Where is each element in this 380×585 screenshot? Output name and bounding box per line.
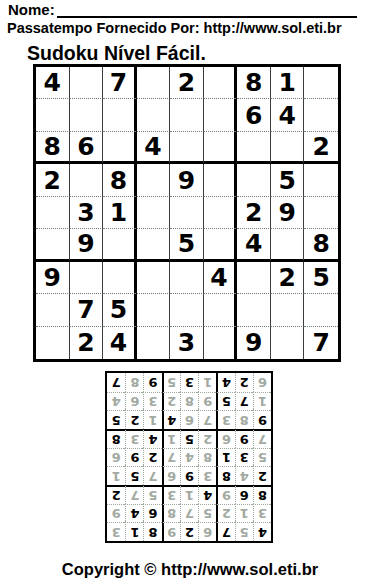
solution-solved-digit: 4	[240, 470, 249, 483]
given-digit: 5	[313, 265, 330, 290]
solution-solved-digit: 2	[222, 507, 231, 520]
solution-solved-digit: 9	[203, 395, 212, 408]
cell-r3c9[interactable]: 2	[304, 132, 338, 164]
cell-r5c7[interactable]: 2	[237, 197, 271, 229]
solution-cell-r6c1: 7	[253, 429, 271, 448]
solution-cell-r2c7: 6	[143, 504, 161, 523]
cell-r7c2[interactable]	[70, 262, 104, 294]
solution-given-digit: 2	[112, 489, 121, 502]
solution-cell-r9c3: 4	[216, 373, 234, 392]
cell-r5c2[interactable]: 3	[70, 197, 104, 229]
solution-cell-r1c7: 8	[143, 522, 161, 541]
solution-cell-r5c6: 7	[162, 448, 180, 467]
cell-r4c2[interactable]	[70, 164, 104, 196]
solution-given-digit: 2	[240, 376, 249, 389]
given-digit: 8	[44, 134, 61, 159]
solution-given-digit: 2	[185, 526, 194, 539]
given-digit: 4	[245, 231, 262, 256]
solution-solved-digit: 7	[185, 507, 194, 520]
solution-given-digit: 4	[203, 489, 212, 502]
solution-given-digit: 3	[185, 376, 194, 389]
solution-given-digit: 5	[222, 395, 231, 408]
solution-given-digit: 7	[222, 526, 231, 539]
given-digit: 8	[245, 70, 262, 95]
solution-cell-r6c4: 2	[198, 429, 216, 448]
given-digit: 5	[178, 231, 195, 256]
solution-cell-r4c2: 4	[235, 466, 253, 485]
solution-cell-r1c2: 5	[235, 522, 253, 541]
solution-cell-r3c4: 4	[198, 485, 216, 504]
solution-solved-digit: 7	[130, 489, 139, 502]
cell-r4c8[interactable]: 5	[271, 164, 305, 196]
solution-solved-digit: 6	[185, 414, 194, 427]
name-row: Nome:	[8, 2, 357, 18]
cell-r6c9[interactable]: 8	[304, 229, 338, 261]
solution-solved-digit: 1	[240, 507, 249, 520]
solution-solved-digit: 3	[203, 470, 212, 483]
solution-cell-r6c9: 8	[107, 429, 125, 448]
solution-cell-r3c1: 8	[253, 485, 271, 504]
solution-solved-digit: 6	[112, 451, 121, 464]
solution-solved-digit: 2	[203, 433, 212, 446]
given-digit: 2	[313, 134, 330, 159]
cell-r6c6[interactable]	[204, 229, 238, 261]
given-digit: 2	[245, 200, 262, 225]
cell-r9c8[interactable]	[271, 327, 305, 359]
solution-cell-r6c5: 5	[180, 429, 198, 448]
solution-cell-r2c1: 3	[253, 504, 271, 523]
solution-solved-digit: 8	[130, 376, 139, 389]
solution-given-digit: 9	[130, 451, 139, 464]
solution-cell-r8c1: 1	[253, 392, 271, 411]
sudoku-solution-grid-rotated: 4576298133125786498694135722483967515318…	[105, 371, 273, 543]
solution-cell-r8c7: 3	[143, 392, 161, 411]
given-digit: 4	[110, 330, 127, 355]
cell-r5c3[interactable]: 1	[103, 197, 137, 229]
cell-r8c1[interactable]	[36, 294, 70, 326]
solution-cell-r5c8: 9	[125, 448, 143, 467]
cell-r1c6[interactable]	[204, 67, 238, 99]
cell-r8c5[interactable]	[170, 294, 204, 326]
solution-solved-digit: 1	[112, 470, 121, 483]
cell-r4c9[interactable]	[304, 164, 338, 196]
cell-r4c1[interactable]: 2	[36, 164, 70, 196]
cell-r3c5[interactable]	[170, 132, 204, 164]
solution-solved-digit: 3	[112, 526, 121, 539]
cell-r2c2[interactable]	[70, 99, 104, 131]
cell-r9c2[interactable]: 2	[70, 327, 104, 359]
solution-cell-r1c3: 7	[216, 522, 234, 541]
solution-solved-digit: 6	[167, 470, 176, 483]
cell-r1c9[interactable]	[304, 67, 338, 99]
solution-given-digit: 9	[258, 414, 267, 427]
solution-cell-r6c6: 1	[162, 429, 180, 448]
solution-cell-r2c4: 5	[198, 504, 216, 523]
cell-r3c8[interactable]	[271, 132, 305, 164]
cell-r7c4[interactable]	[137, 262, 171, 294]
solution-solved-digit: 6	[203, 526, 212, 539]
solution-cell-r9c8: 8	[125, 373, 143, 392]
solution-cell-r4c5: 9	[180, 466, 198, 485]
given-digit: 9	[178, 168, 195, 193]
solution-solved-digit: 9	[167, 526, 176, 539]
solution-cell-r8c5: 8	[180, 392, 198, 411]
cell-r5c4[interactable]	[137, 197, 171, 229]
cell-r1c1[interactable]: 4	[36, 67, 70, 99]
cell-r7c7[interactable]	[237, 262, 271, 294]
solution-given-digit: 1	[130, 526, 139, 539]
solution-cell-r9c9: 7	[107, 373, 125, 392]
solution-given-digit: 9	[240, 433, 249, 446]
cell-r5c5[interactable]	[170, 197, 204, 229]
solution-solved-digit: 4	[185, 451, 194, 464]
copyright-text: Copyright © http://www.sol.eti.br	[0, 560, 380, 579]
solution-cell-r4c1: 2	[253, 466, 271, 485]
cell-r1c7[interactable]: 8	[237, 67, 271, 99]
given-digit: 5	[278, 168, 295, 193]
cell-r4c3[interactable]: 8	[103, 164, 137, 196]
solution-solved-digit: 1	[258, 395, 267, 408]
cell-r3c3[interactable]	[103, 132, 137, 164]
solution-cell-r4c6: 6	[162, 466, 180, 485]
solution-solved-digit: 8	[185, 395, 194, 408]
solution-given-digit: 8	[222, 470, 231, 483]
given-digit: 3	[77, 200, 94, 225]
cell-r2c3[interactable]	[103, 99, 137, 131]
cell-r5c1[interactable]	[36, 197, 70, 229]
solution-given-digit: 8	[149, 526, 158, 539]
solution-solved-digit: 4	[112, 395, 121, 408]
solution-solved-digit: 3	[167, 489, 176, 502]
solution-cell-r9c2: 2	[235, 373, 253, 392]
solution-cell-r5c1: 5	[253, 448, 271, 467]
cell-r6c5[interactable]: 5	[170, 229, 204, 261]
cell-r8c2[interactable]: 7	[70, 294, 104, 326]
cell-r7c6[interactable]: 4	[204, 262, 238, 294]
solution-cell-r4c9: 1	[107, 466, 125, 485]
solution-given-digit: 4	[149, 433, 158, 446]
name-input-line[interactable]	[57, 3, 357, 18]
cell-r8c6[interactable]	[204, 294, 238, 326]
solution-solved-digit: 1	[149, 414, 158, 427]
solution-cell-r2c3: 2	[216, 504, 234, 523]
cell-r5c6[interactable]	[204, 197, 238, 229]
cell-r8c7[interactable]	[237, 294, 271, 326]
cell-r2c7[interactable]: 6	[237, 99, 271, 131]
cell-r8c4[interactable]	[137, 294, 171, 326]
cell-r7c9[interactable]: 5	[304, 262, 338, 294]
solution-given-digit: 5	[185, 433, 194, 446]
solution-cell-r6c7: 4	[143, 429, 161, 448]
solution-cell-r7c6: 4	[162, 410, 180, 429]
solution-cell-r2c9: 9	[107, 504, 125, 523]
provider-text: Passatempo Fornecido Por: http://www.sol…	[7, 20, 377, 36]
solution-solved-digit: 6	[222, 433, 231, 446]
solution-cell-r6c8: 3	[125, 429, 143, 448]
given-digit: 7	[110, 70, 127, 95]
cell-r6c1[interactable]	[36, 229, 70, 261]
solution-cell-r5c5: 4	[180, 448, 198, 467]
solution-cell-r5c3: 1	[216, 448, 234, 467]
cell-r9c3[interactable]: 4	[103, 327, 137, 359]
solution-solved-digit: 7	[149, 470, 158, 483]
solution-cell-r2c5: 7	[180, 504, 198, 523]
cell-r2c4[interactable]	[137, 99, 171, 131]
solution-solved-digit: 1	[203, 376, 212, 389]
cell-r6c7[interactable]: 4	[237, 229, 271, 261]
cell-r2c9[interactable]	[304, 99, 338, 131]
cell-r1c2[interactable]	[70, 67, 104, 99]
solution-cell-r4c3: 8	[216, 466, 234, 485]
solution-solved-digit: 5	[149, 489, 158, 502]
solution-given-digit: 2	[149, 451, 158, 464]
cell-r3c6[interactable]	[204, 132, 238, 164]
solution-cell-r7c5: 6	[180, 410, 198, 429]
solution-solved-digit: 3	[149, 395, 158, 408]
solution-solved-digit: 7	[203, 414, 212, 427]
solution-solved-digit: 3	[258, 507, 267, 520]
solution-cell-r2c6: 8	[162, 504, 180, 523]
solution-cell-r4c4: 3	[198, 466, 216, 485]
cell-r7c1[interactable]: 9	[36, 262, 70, 294]
cell-r7c8[interactable]: 2	[271, 262, 305, 294]
solution-solved-digit: 6	[130, 395, 139, 408]
cell-r1c5[interactable]: 2	[170, 67, 204, 99]
solution-cell-r3c6: 3	[162, 485, 180, 504]
solution-solved-digit: 8	[203, 451, 212, 464]
given-digit: 8	[313, 231, 330, 256]
solution-solved-digit: 7	[258, 433, 267, 446]
solution-cell-r8c2: 7	[235, 392, 253, 411]
given-digit: 9	[77, 231, 94, 256]
solution-cell-r8c3: 5	[216, 392, 234, 411]
solution-cell-r7c7: 1	[143, 410, 161, 429]
solution-given-digit: 9	[149, 376, 158, 389]
given-digit: 4	[278, 103, 295, 128]
given-digit: 9	[44, 265, 61, 290]
solution-given-digit: 4	[222, 376, 231, 389]
cell-r2c1[interactable]	[36, 99, 70, 131]
solution-solved-digit: 1	[167, 433, 176, 446]
solution-given-digit: 2	[130, 414, 139, 427]
solution-cell-r5c4: 8	[198, 448, 216, 467]
solution-cell-r2c8: 4	[125, 504, 143, 523]
solution-cell-r3c9: 2	[107, 485, 125, 504]
given-digit: 2	[44, 168, 61, 193]
given-digit: 9	[245, 330, 262, 355]
cell-r2c6[interactable]	[204, 99, 238, 131]
solution-cell-r1c1: 4	[253, 522, 271, 541]
cell-r2c5[interactable]	[170, 99, 204, 131]
solution-solved-digit: 2	[167, 395, 176, 408]
given-digit: 2	[278, 265, 295, 290]
given-digit: 7	[313, 330, 330, 355]
solution-cell-r3c2: 6	[235, 485, 253, 504]
solution-cell-r9c1: 6	[253, 373, 271, 392]
solution-given-digit: 5	[112, 414, 121, 427]
solution-solved-digit: 6	[258, 376, 267, 389]
solution-given-digit: 4	[258, 526, 267, 539]
given-digit: 2	[77, 330, 94, 355]
sudoku-puzzle-grid: 4728164864228953129954894257524397	[33, 64, 341, 362]
given-digit: 7	[77, 297, 94, 322]
solution-given-digit: 4	[130, 507, 139, 520]
solution-given-digit: 8	[258, 489, 267, 502]
solution-cell-r7c3: 3	[216, 410, 234, 429]
cell-r6c4[interactable]	[137, 229, 171, 261]
solution-given-digit: 6	[149, 507, 158, 520]
cell-r7c5[interactable]	[170, 262, 204, 294]
solution-given-digit: 3	[240, 451, 249, 464]
solution-cell-r2c2: 1	[235, 504, 253, 523]
solution-solved-digit: 9	[222, 489, 231, 502]
cell-r4c7[interactable]	[237, 164, 271, 196]
solution-cell-r1c8: 1	[125, 522, 143, 541]
solution-cell-r7c1: 9	[253, 410, 271, 429]
cell-r5c9[interactable]	[304, 197, 338, 229]
solution-solved-digit: 3	[222, 414, 231, 427]
cell-r6c8[interactable]	[271, 229, 305, 261]
solution-solved-digit: 3	[130, 433, 139, 446]
cell-r9c4[interactable]	[137, 327, 171, 359]
solution-solved-digit: 1	[185, 489, 194, 502]
solution-cell-r6c3: 6	[216, 429, 234, 448]
cell-r3c1[interactable]: 8	[36, 132, 70, 164]
cell-r1c3[interactable]: 7	[103, 67, 137, 99]
name-label: Nome:	[8, 2, 55, 18]
solution-solved-digit: 5	[167, 376, 176, 389]
given-digit: 8	[110, 168, 127, 193]
solution-cell-r1c4: 6	[198, 522, 216, 541]
given-digit: 9	[278, 200, 295, 225]
cell-r9c7[interactable]: 9	[237, 327, 271, 359]
solution-cell-r9c7: 9	[143, 373, 161, 392]
given-digit: 5	[110, 297, 127, 322]
solution-cell-r8c6: 2	[162, 392, 180, 411]
given-digit: 6	[77, 134, 94, 159]
solution-given-digit: 8	[112, 433, 121, 446]
cell-r6c2[interactable]: 9	[70, 229, 104, 261]
solution-given-digit: 5	[130, 470, 139, 483]
cell-r5c8[interactable]: 9	[271, 197, 305, 229]
solution-solved-digit: 7	[167, 451, 176, 464]
given-digit: 4	[44, 70, 61, 95]
cell-r3c2[interactable]: 6	[70, 132, 104, 164]
cell-r9c1[interactable]	[36, 327, 70, 359]
solution-cell-r1c6: 9	[162, 522, 180, 541]
cell-r7c3[interactable]	[103, 262, 137, 294]
solution-cell-r7c9: 5	[107, 410, 125, 429]
solution-cell-r4c8: 5	[125, 466, 143, 485]
cell-r4c6[interactable]	[204, 164, 238, 196]
solution-cell-r9c5: 3	[180, 373, 198, 392]
solution-given-digit: 2	[258, 470, 267, 483]
solution-cell-r8c4: 9	[198, 392, 216, 411]
given-digit: 3	[178, 330, 195, 355]
solution-solved-digit: 8	[240, 414, 249, 427]
solution-given-digit: 7	[112, 376, 121, 389]
solution-cell-r9c6: 5	[162, 373, 180, 392]
solution-cell-r7c2: 8	[235, 410, 253, 429]
page-title: Sudoku Nível Fácil.	[27, 42, 206, 65]
solution-cell-r4c7: 7	[143, 466, 161, 485]
solution-cell-r3c7: 5	[143, 485, 161, 504]
solution-cell-r3c8: 7	[125, 485, 143, 504]
solution-cell-r3c3: 9	[216, 485, 234, 504]
cell-r8c8[interactable]	[271, 294, 305, 326]
solution-cell-r1c9: 3	[107, 522, 125, 541]
cell-r9c5[interactable]: 3	[170, 327, 204, 359]
solution-given-digit: 7	[240, 395, 249, 408]
given-digit: 2	[178, 70, 195, 95]
cell-r1c8[interactable]: 1	[271, 67, 305, 99]
cell-r4c5[interactable]: 9	[170, 164, 204, 196]
cell-r8c3[interactable]: 5	[103, 294, 137, 326]
cell-r9c9[interactable]: 7	[304, 327, 338, 359]
cell-r1c4[interactable]	[137, 67, 171, 99]
solution-cell-r8c8: 6	[125, 392, 143, 411]
given-digit: 1	[110, 200, 127, 225]
solution-solved-digit: 5	[203, 507, 212, 520]
solution-given-digit: 4	[167, 414, 176, 427]
cell-r6c3[interactable]	[103, 229, 137, 261]
solution-cell-r5c9: 6	[107, 448, 125, 467]
solution-cell-r7c8: 2	[125, 410, 143, 429]
cell-r8c9[interactable]	[304, 294, 338, 326]
solution-cell-r3c5: 1	[180, 485, 198, 504]
solution-cell-r6c2: 9	[235, 429, 253, 448]
solution-cell-r7c4: 7	[198, 410, 216, 429]
cell-r9c6[interactable]	[204, 327, 238, 359]
given-digit: 4	[144, 134, 161, 159]
solution-cell-r8c9: 4	[107, 392, 125, 411]
solution-given-digit: 1	[222, 451, 231, 464]
cell-r2c8[interactable]: 4	[271, 99, 305, 131]
given-digit: 6	[245, 103, 262, 128]
solution-solved-digit: 8	[167, 507, 176, 520]
solution-solved-digit: 5	[258, 451, 267, 464]
solution-cell-r5c7: 2	[143, 448, 161, 467]
solution-given-digit: 9	[185, 470, 194, 483]
solution-solved-digit: 9	[112, 507, 121, 520]
solution-solved-digit: 5	[240, 526, 249, 539]
solution-cell-r9c4: 1	[198, 373, 216, 392]
cell-r3c4[interactable]: 4	[137, 132, 171, 164]
cell-r4c4[interactable]	[137, 164, 171, 196]
given-digit: 4	[210, 265, 227, 290]
cell-r3c7[interactable]	[237, 132, 271, 164]
solution-cell-r1c5: 2	[180, 522, 198, 541]
solution-given-digit: 6	[240, 489, 249, 502]
solution-cell-r5c2: 3	[235, 448, 253, 467]
given-digit: 1	[278, 70, 295, 95]
